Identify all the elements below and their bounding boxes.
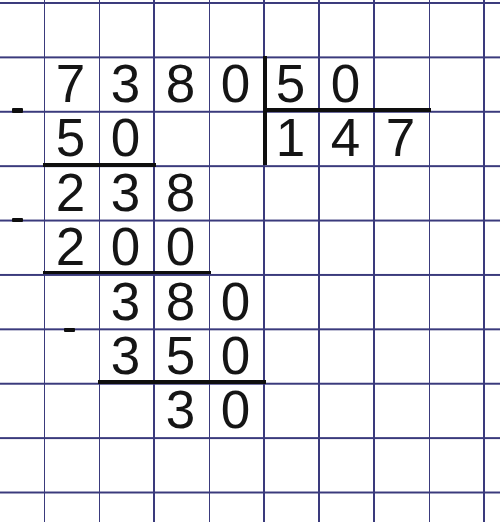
- squared-paper-sheet: 7380505014723820038035030: [0, 0, 500, 522]
- minus-signs-layer: [0, 0, 500, 522]
- minus-2: [12, 218, 23, 223]
- minus-3: [64, 328, 75, 333]
- minus-1: [12, 108, 23, 113]
